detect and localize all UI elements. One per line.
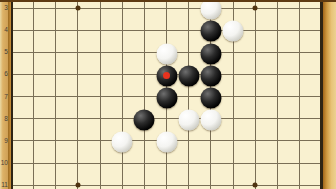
star-point: [75, 183, 80, 188]
row-label: 4: [0, 26, 8, 33]
white-stone: [156, 132, 177, 153]
grid-line-horizontal: [11, 118, 321, 119]
left-wood-frame: [8, 0, 11, 189]
black-stone: [200, 21, 221, 42]
white-stone: [200, 110, 221, 131]
black-stone: [156, 87, 177, 108]
black-stone: [200, 43, 221, 64]
white-stone: [156, 43, 177, 64]
star-point: [253, 183, 258, 188]
black-stone: [200, 65, 221, 86]
white-stone: [223, 21, 244, 42]
row-label: 8: [0, 115, 8, 122]
right-wood-frame: [323, 0, 336, 189]
white-stone: [178, 110, 199, 131]
row-label: 6: [0, 70, 8, 77]
grid-line-horizontal: [11, 185, 321, 186]
grid-line-horizontal: [11, 8, 321, 9]
grid-line-horizontal: [11, 163, 321, 164]
row-label: 7: [0, 93, 8, 100]
last-move-marker: [163, 72, 170, 79]
white-stone: [112, 132, 133, 153]
white-stone: [200, 0, 221, 20]
row-label-strip: 34567891011: [0, 0, 8, 189]
row-label: 5: [0, 48, 8, 55]
gomoku-board: 34567891011: [0, 0, 336, 189]
black-stone: [200, 87, 221, 108]
row-label: 11: [0, 181, 8, 188]
grid-line-horizontal: [11, 30, 321, 31]
black-stone: [178, 65, 199, 86]
row-label: 9: [0, 137, 8, 144]
black-stone: [134, 110, 155, 131]
top-frame-line: [0, 0, 336, 2]
star-point: [75, 6, 80, 11]
star-point: [253, 6, 258, 11]
row-label: 3: [0, 4, 8, 11]
black-stone: [156, 65, 177, 86]
row-label: 10: [0, 159, 8, 166]
